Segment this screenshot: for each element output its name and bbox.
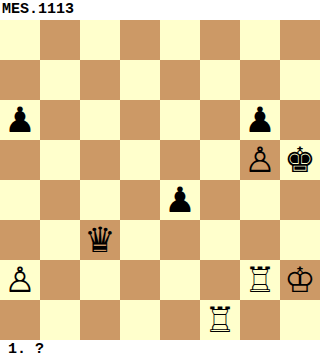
black-pawn: ♟: [164, 180, 195, 220]
square-h7[interactable]: [280, 60, 320, 100]
square-a3[interactable]: [0, 220, 40, 260]
square-h4[interactable]: [280, 180, 320, 220]
square-e8[interactable]: [160, 20, 200, 60]
square-a5[interactable]: [0, 140, 40, 180]
square-b2[interactable]: [40, 260, 80, 300]
square-a2[interactable]: ♙: [0, 260, 40, 300]
square-g4[interactable]: [240, 180, 280, 220]
square-g2[interactable]: ♖: [240, 260, 280, 300]
square-h8[interactable]: [280, 20, 320, 60]
square-a1[interactable]: [0, 300, 40, 340]
square-d4[interactable]: [120, 180, 160, 220]
square-g3[interactable]: [240, 220, 280, 260]
square-b4[interactable]: [40, 180, 80, 220]
square-b5[interactable]: [40, 140, 80, 180]
square-f6[interactable]: [200, 100, 240, 140]
square-b3[interactable]: [40, 220, 80, 260]
square-e1[interactable]: [160, 300, 200, 340]
square-b7[interactable]: [40, 60, 80, 100]
square-c6[interactable]: [80, 100, 120, 140]
square-d2[interactable]: [120, 260, 160, 300]
square-g5[interactable]: ♙: [240, 140, 280, 180]
white-rook: ♖: [244, 260, 275, 300]
white-rook: ♖: [204, 300, 235, 340]
square-a4[interactable]: [0, 180, 40, 220]
square-g8[interactable]: [240, 20, 280, 60]
square-a7[interactable]: [0, 60, 40, 100]
square-d3[interactable]: [120, 220, 160, 260]
square-c5[interactable]: [80, 140, 120, 180]
square-a8[interactable]: [0, 20, 40, 60]
square-c2[interactable]: [80, 260, 120, 300]
black-pawn: ♟: [4, 100, 35, 140]
square-c3[interactable]: ♛: [80, 220, 120, 260]
square-b8[interactable]: [40, 20, 80, 60]
square-e5[interactable]: [160, 140, 200, 180]
square-d1[interactable]: [120, 300, 160, 340]
square-f4[interactable]: [200, 180, 240, 220]
square-f5[interactable]: [200, 140, 240, 180]
square-h1[interactable]: [280, 300, 320, 340]
square-g7[interactable]: [240, 60, 280, 100]
square-g1[interactable]: [240, 300, 280, 340]
square-a6[interactable]: ♟: [0, 100, 40, 140]
puzzle-title: MES.1113: [0, 0, 320, 20]
move-prompt: 1. ?: [0, 340, 320, 360]
square-f1[interactable]: ♖: [200, 300, 240, 340]
square-c4[interactable]: [80, 180, 120, 220]
square-h2[interactable]: ♔: [280, 260, 320, 300]
square-e7[interactable]: [160, 60, 200, 100]
square-c8[interactable]: [80, 20, 120, 60]
square-d8[interactable]: [120, 20, 160, 60]
square-c7[interactable]: [80, 60, 120, 100]
square-f7[interactable]: [200, 60, 240, 100]
square-b1[interactable]: [40, 300, 80, 340]
square-d5[interactable]: [120, 140, 160, 180]
square-e6[interactable]: [160, 100, 200, 140]
square-f3[interactable]: [200, 220, 240, 260]
black-king: ♚: [284, 140, 315, 180]
square-d6[interactable]: [120, 100, 160, 140]
square-b6[interactable]: [40, 100, 80, 140]
square-f8[interactable]: [200, 20, 240, 60]
black-queen: ♛: [84, 220, 115, 260]
square-h3[interactable]: [280, 220, 320, 260]
square-f2[interactable]: [200, 260, 240, 300]
black-pawn: ♟: [244, 100, 275, 140]
square-c1[interactable]: [80, 300, 120, 340]
square-g6[interactable]: ♟: [240, 100, 280, 140]
square-e4[interactable]: ♟: [160, 180, 200, 220]
square-e2[interactable]: [160, 260, 200, 300]
square-h5[interactable]: ♚: [280, 140, 320, 180]
chess-board: ♟♟♙♚♟♛♙♖♔♖: [0, 20, 320, 340]
white-pawn: ♙: [244, 140, 275, 180]
square-d7[interactable]: [120, 60, 160, 100]
white-king: ♔: [284, 260, 315, 300]
square-h6[interactable]: [280, 100, 320, 140]
white-pawn: ♙: [4, 260, 35, 300]
square-e3[interactable]: [160, 220, 200, 260]
